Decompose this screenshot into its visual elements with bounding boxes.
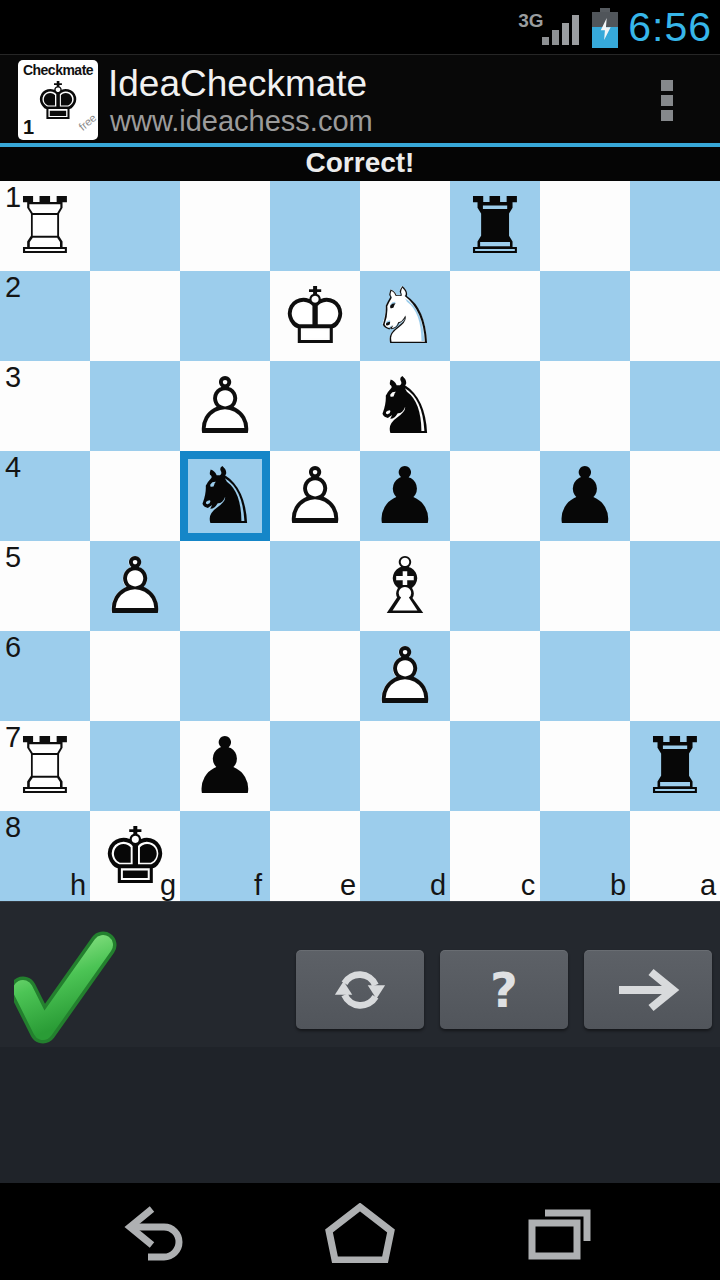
square-c4[interactable]	[450, 451, 540, 541]
square-c2[interactable]	[450, 271, 540, 361]
refresh-icon	[331, 961, 389, 1019]
file-label-f: f	[244, 869, 272, 902]
square-e7[interactable]	[270, 721, 360, 811]
piece-black-pawn: ♟	[540, 451, 630, 541]
square-e5[interactable]	[270, 541, 360, 631]
square-d6[interactable]: ♟♙	[360, 631, 450, 721]
square-b5[interactable]	[540, 541, 630, 631]
square-e6[interactable]	[270, 631, 360, 721]
square-b6[interactable]	[540, 631, 630, 721]
piece-white-pawn: ♟♙	[360, 631, 450, 721]
app-logo: Checkmate ♚ 1 free	[18, 60, 98, 140]
refresh-button[interactable]	[296, 950, 424, 1029]
piece-white-pawn: ♟♙	[90, 541, 180, 631]
piece-black-knight: ♞	[180, 451, 270, 541]
square-f6[interactable]	[180, 631, 270, 721]
square-a5[interactable]	[630, 541, 720, 631]
chess-board: ♜♖♜♚♔♞♘♟♙♞♞♟♙♟♟♟♙♝♗♟♙♜♖♟♜♚12345678hgfedc…	[0, 181, 720, 901]
square-a1[interactable]	[630, 181, 720, 271]
app-subtitle: www.ideachess.com	[110, 105, 373, 138]
file-label-e: e	[334, 869, 362, 902]
square-d5[interactable]: ♝♗	[360, 541, 450, 631]
square-d3[interactable]: ♞	[360, 361, 450, 451]
square-f7[interactable]: ♟	[180, 721, 270, 811]
square-e4[interactable]: ♟♙	[270, 451, 360, 541]
square-g5[interactable]: ♟♙	[90, 541, 180, 631]
rank-label-7: 7	[5, 722, 21, 752]
hint-button[interactable]: ?	[440, 950, 568, 1029]
square-e2[interactable]: ♚♔	[270, 271, 360, 361]
piece-white-knight: ♞♘	[360, 271, 450, 361]
clock: 6:56	[628, 0, 712, 54]
file-label-g: g	[154, 869, 182, 902]
piece-white-pawn: ♟♙	[180, 361, 270, 451]
file-label-d: d	[424, 869, 452, 902]
square-c5[interactable]	[450, 541, 540, 631]
piece-black-pawn: ♟	[180, 721, 270, 811]
square-b3[interactable]	[540, 361, 630, 451]
square-g4[interactable]	[90, 451, 180, 541]
square-g3[interactable]	[90, 361, 180, 451]
piece-black-knight: ♞	[360, 361, 450, 451]
action-bar: Checkmate ♚ 1 free IdeaCheckmate www.ide…	[0, 55, 720, 143]
square-b7[interactable]	[540, 721, 630, 811]
square-a4[interactable]	[630, 451, 720, 541]
signal-strength-icon: 3G	[518, 6, 582, 48]
square-f1[interactable]	[180, 181, 270, 271]
square-d2[interactable]: ♞♘	[360, 271, 450, 361]
piece-black-pawn: ♟	[360, 451, 450, 541]
status-bar: 3G 6:56	[0, 0, 720, 55]
square-b4[interactable]: ♟	[540, 451, 630, 541]
piece-black-rook: ♜	[450, 181, 540, 271]
arrow-right-icon	[615, 966, 681, 1014]
next-button[interactable]	[584, 950, 712, 1029]
rank-label-5: 5	[5, 542, 21, 572]
square-f2[interactable]	[180, 271, 270, 361]
square-d7[interactable]	[360, 721, 450, 811]
square-d1[interactable]	[360, 181, 450, 271]
square-c7[interactable]	[450, 721, 540, 811]
square-g7[interactable]	[90, 721, 180, 811]
square-a7[interactable]: ♜	[630, 721, 720, 811]
square-f4[interactable]: ♞	[180, 451, 270, 541]
rank-label-3: 3	[5, 362, 21, 392]
square-g6[interactable]	[90, 631, 180, 721]
file-label-a: a	[694, 869, 720, 902]
piece-white-king: ♚♔	[270, 271, 360, 361]
square-c6[interactable]	[450, 631, 540, 721]
square-g2[interactable]	[90, 271, 180, 361]
rank-label-6: 6	[5, 632, 21, 662]
question-mark: ?	[490, 962, 518, 1018]
file-label-h: h	[64, 869, 92, 902]
bottom-panel: ?	[0, 901, 720, 1183]
square-e1[interactable]	[270, 181, 360, 271]
square-b1[interactable]	[540, 181, 630, 271]
square-b2[interactable]	[540, 271, 630, 361]
correct-check-icon	[14, 931, 120, 1045]
square-c1[interactable]: ♜	[450, 181, 540, 271]
square-e3[interactable]	[270, 361, 360, 451]
square-f3[interactable]: ♟♙	[180, 361, 270, 451]
rank-label-2: 2	[5, 272, 21, 302]
square-a6[interactable]	[630, 631, 720, 721]
home-icon[interactable]	[320, 1203, 400, 1263]
square-a2[interactable]	[630, 271, 720, 361]
logo-number: 1	[23, 116, 34, 139]
rank-label-4: 4	[5, 452, 21, 482]
file-label-c: c	[514, 869, 542, 902]
square-g1[interactable]	[90, 181, 180, 271]
file-label-b: b	[604, 869, 632, 902]
piece-black-rook: ♜	[630, 721, 720, 811]
square-d4[interactable]: ♟	[360, 451, 450, 541]
navigation-bar	[0, 1183, 720, 1280]
rank-label-1: 1	[5, 182, 21, 212]
recents-icon[interactable]	[520, 1203, 600, 1263]
back-icon[interactable]	[120, 1203, 200, 1263]
app-title: IdeaCheckmate	[108, 63, 367, 105]
screen: 3G 6:56 Checkmate ♚ 1 free IdeaCheckmate…	[0, 0, 720, 1280]
square-a3[interactable]	[630, 361, 720, 451]
square-f5[interactable]	[180, 541, 270, 631]
square-c3[interactable]	[450, 361, 540, 451]
result-banner: Correct!	[0, 147, 720, 181]
battery-charging-icon	[592, 6, 618, 48]
network-type-label: 3G	[518, 10, 543, 32]
piece-white-bishop: ♝♗	[360, 541, 450, 631]
overflow-menu-icon[interactable]	[652, 75, 682, 125]
piece-white-pawn: ♟♙	[270, 451, 360, 541]
rank-label-8: 8	[5, 812, 21, 842]
signal-bars-icon	[542, 13, 582, 45]
